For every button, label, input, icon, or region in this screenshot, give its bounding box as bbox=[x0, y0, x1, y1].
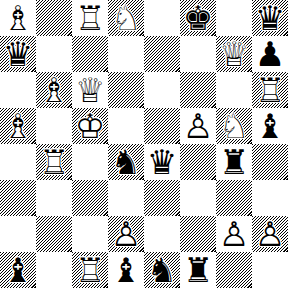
square-g7[interactable]: ♛♕ bbox=[216, 36, 252, 72]
square-c8[interactable]: ♜♖ bbox=[72, 0, 108, 36]
square-h3[interactable] bbox=[252, 180, 288, 216]
white-pawn-icon: ♙ bbox=[180, 108, 216, 144]
white-knight-icon: ♘ bbox=[108, 0, 144, 36]
square-c1[interactable]: ♜♖ bbox=[72, 252, 108, 288]
square-d8[interactable]: ♞♘ bbox=[108, 0, 144, 36]
square-b3[interactable] bbox=[36, 180, 72, 216]
square-f8[interactable]: ♚♚ bbox=[180, 0, 216, 36]
black-king-icon: ♚ bbox=[180, 0, 216, 36]
square-h1[interactable] bbox=[252, 252, 288, 288]
square-h2[interactable]: ♟♙ bbox=[252, 216, 288, 252]
square-c3[interactable] bbox=[72, 180, 108, 216]
square-b4[interactable]: ♜♖ bbox=[36, 144, 72, 180]
black-bishop-icon: ♝ bbox=[252, 108, 288, 144]
white-queen-icon: ♕ bbox=[216, 36, 252, 72]
white-knight-icon: ♘ bbox=[216, 108, 252, 144]
white-bishop-icon: ♗ bbox=[36, 72, 72, 108]
square-c6[interactable]: ♛♕ bbox=[72, 72, 108, 108]
white-bishop-icon: ♗ bbox=[0, 0, 36, 36]
square-f1[interactable]: ♜♜ bbox=[180, 252, 216, 288]
square-h8[interactable]: ♛♛ bbox=[252, 0, 288, 36]
square-g5[interactable]: ♞♘ bbox=[216, 108, 252, 144]
square-b8[interactable] bbox=[36, 0, 72, 36]
square-d6[interactable] bbox=[108, 72, 144, 108]
square-e3[interactable] bbox=[144, 180, 180, 216]
square-a7[interactable]: ♛♛ bbox=[0, 36, 36, 72]
square-b2[interactable] bbox=[36, 216, 72, 252]
square-e8[interactable] bbox=[144, 0, 180, 36]
square-d1[interactable]: ♝♝ bbox=[108, 252, 144, 288]
black-bishop-icon: ♝ bbox=[0, 252, 36, 288]
white-rook-icon: ♖ bbox=[252, 72, 288, 108]
square-f6[interactable] bbox=[180, 72, 216, 108]
square-g8[interactable] bbox=[216, 0, 252, 36]
black-queen-icon: ♛ bbox=[0, 36, 36, 72]
square-e2[interactable] bbox=[144, 216, 180, 252]
square-c5[interactable]: ♚♔ bbox=[72, 108, 108, 144]
square-h6[interactable]: ♜♖ bbox=[252, 72, 288, 108]
square-c2[interactable] bbox=[72, 216, 108, 252]
square-f4[interactable] bbox=[180, 144, 216, 180]
square-a8[interactable]: ♝♗ bbox=[0, 0, 36, 36]
black-bishop-icon: ♝ bbox=[108, 252, 144, 288]
square-e4[interactable]: ♛♛ bbox=[144, 144, 180, 180]
white-bishop-icon: ♗ bbox=[0, 108, 36, 144]
square-f3[interactable] bbox=[180, 180, 216, 216]
square-h5[interactable]: ♝♝ bbox=[252, 108, 288, 144]
square-a3[interactable] bbox=[0, 180, 36, 216]
white-pawn-icon: ♙ bbox=[108, 216, 144, 252]
white-king-icon: ♔ bbox=[72, 108, 108, 144]
black-pawn-icon: ♟ bbox=[252, 36, 288, 72]
square-f5[interactable]: ♟♙ bbox=[180, 108, 216, 144]
square-d5[interactable] bbox=[108, 108, 144, 144]
white-rook-icon: ♖ bbox=[72, 252, 108, 288]
square-b6[interactable]: ♝♗ bbox=[36, 72, 72, 108]
square-b5[interactable] bbox=[36, 108, 72, 144]
black-queen-icon: ♛ bbox=[252, 0, 288, 36]
square-e7[interactable] bbox=[144, 36, 180, 72]
black-knight-icon: ♞ bbox=[144, 252, 180, 288]
square-d7[interactable] bbox=[108, 36, 144, 72]
square-e6[interactable] bbox=[144, 72, 180, 108]
white-queen-icon: ♕ bbox=[72, 72, 108, 108]
square-h4[interactable] bbox=[252, 144, 288, 180]
square-b1[interactable] bbox=[36, 252, 72, 288]
square-c4[interactable] bbox=[72, 144, 108, 180]
square-g4[interactable]: ♜♜ bbox=[216, 144, 252, 180]
square-f2[interactable] bbox=[180, 216, 216, 252]
square-d3[interactable] bbox=[108, 180, 144, 216]
black-rook-icon: ♜ bbox=[216, 144, 252, 180]
square-g1[interactable] bbox=[216, 252, 252, 288]
square-a1[interactable]: ♝♝ bbox=[0, 252, 36, 288]
square-d2[interactable]: ♟♙ bbox=[108, 216, 144, 252]
square-c7[interactable] bbox=[72, 36, 108, 72]
white-rook-icon: ♖ bbox=[72, 0, 108, 36]
white-pawn-icon: ♙ bbox=[252, 216, 288, 252]
square-g3[interactable] bbox=[216, 180, 252, 216]
white-pawn-icon: ♙ bbox=[216, 216, 252, 252]
square-e1[interactable]: ♞♞ bbox=[144, 252, 180, 288]
black-rook-icon: ♜ bbox=[180, 252, 216, 288]
white-rook-icon: ♖ bbox=[36, 144, 72, 180]
black-knight-icon: ♞ bbox=[108, 144, 144, 180]
square-e5[interactable] bbox=[144, 108, 180, 144]
square-f7[interactable] bbox=[180, 36, 216, 72]
square-a2[interactable] bbox=[0, 216, 36, 252]
black-queen-icon: ♛ bbox=[144, 144, 180, 180]
square-d4[interactable]: ♞♞ bbox=[108, 144, 144, 180]
chess-board: ♝♗♜♖♞♘♚♚♛♛♛♛♛♕♟♟♝♗♛♕♜♖♝♗♚♔♟♙♞♘♝♝♜♖♞♞♛♛♜♜… bbox=[0, 0, 288, 288]
square-a6[interactable] bbox=[0, 72, 36, 108]
square-g2[interactable]: ♟♙ bbox=[216, 216, 252, 252]
square-a5[interactable]: ♝♗ bbox=[0, 108, 36, 144]
square-h7[interactable]: ♟♟ bbox=[252, 36, 288, 72]
square-b7[interactable] bbox=[36, 36, 72, 72]
square-g6[interactable] bbox=[216, 72, 252, 108]
square-a4[interactable] bbox=[0, 144, 36, 180]
